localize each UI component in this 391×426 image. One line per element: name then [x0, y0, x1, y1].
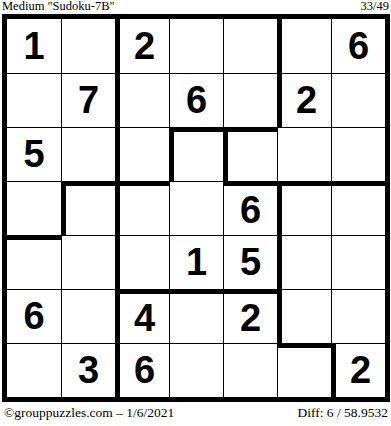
cell-r7c5-empty[interactable] — [223, 343, 277, 397]
cell-r3c2-empty[interactable] — [61, 127, 115, 181]
cell-r6c6-empty[interactable] — [277, 289, 331, 343]
cell-r5c1-empty[interactable] — [7, 235, 61, 289]
cell-r2c2-given: 7 — [61, 73, 115, 127]
cell-r7c1-empty[interactable] — [7, 343, 61, 397]
cell-r5c2-empty[interactable] — [61, 235, 115, 289]
cell-r4c3-empty[interactable] — [115, 181, 169, 235]
cell-r1c1-given: 1 — [7, 19, 61, 73]
cell-r5c3-empty[interactable] — [115, 235, 169, 289]
cell-r6c4-empty[interactable] — [169, 289, 223, 343]
cell-r2c3-empty[interactable] — [115, 73, 169, 127]
cell-r1c2-empty[interactable] — [61, 19, 115, 73]
cell-r6c5-given: 2 — [223, 289, 277, 343]
cell-r5c6-empty[interactable] — [277, 235, 331, 289]
cell-r6c3-given: 4 — [115, 289, 169, 343]
cell-r3c7-empty[interactable] — [331, 127, 385, 181]
cell-r2c5-empty[interactable] — [223, 73, 277, 127]
cell-r4c4-empty[interactable] — [169, 181, 223, 235]
sudoku-board: 1267625615642362 — [2, 14, 390, 402]
cell-r7c7-given: 2 — [331, 343, 385, 397]
cell-r3c5-empty[interactable] — [223, 127, 277, 181]
cell-r4c5-given: 6 — [223, 181, 277, 235]
cell-r1c4-empty[interactable] — [169, 19, 223, 73]
cell-r4c6-empty[interactable] — [277, 181, 331, 235]
cell-r2c6-given: 2 — [277, 73, 331, 127]
cell-r1c5-empty[interactable] — [223, 19, 277, 73]
cell-r5c5-given: 5 — [223, 235, 277, 289]
cell-r7c3-given: 6 — [115, 343, 169, 397]
cell-r2c4-given: 6 — [169, 73, 223, 127]
cell-r1c6-empty[interactable] — [277, 19, 331, 73]
sudoku-page: { "game": "sudoku-7x7-jigsaw", "header":… — [0, 0, 391, 426]
cell-r6c1-given: 6 — [7, 289, 61, 343]
page-header: Medium "Sudoku-7B" 33/49 — [2, 0, 389, 13]
puzzle-title: Medium "Sudoku-7B" — [2, 0, 115, 13]
cell-r6c2-empty[interactable] — [61, 289, 115, 343]
page-number: 33/49 — [361, 0, 389, 13]
cell-r4c1-empty[interactable] — [7, 181, 61, 235]
difficulty-text: Diff: 6 / 58.9532 — [298, 404, 389, 422]
cell-r5c7-empty[interactable] — [331, 235, 385, 289]
cell-r3c3-empty[interactable] — [115, 127, 169, 181]
cell-r4c7-empty[interactable] — [331, 181, 385, 235]
cell-r1c3-given: 2 — [115, 19, 169, 73]
cell-r7c4-empty[interactable] — [169, 343, 223, 397]
cell-r3c4-empty[interactable] — [169, 127, 223, 181]
cell-r7c2-given: 3 — [61, 343, 115, 397]
page-footer: ©grouppuzzles.com – 1/6/2021 Diff: 6 / 5… — [4, 404, 388, 424]
cell-r2c1-empty[interactable] — [7, 73, 61, 127]
cell-r3c1-given: 5 — [7, 127, 61, 181]
cell-r4c2-empty[interactable] — [61, 181, 115, 235]
cell-r1c7-given: 6 — [331, 19, 385, 73]
cell-r3c6-empty[interactable] — [277, 127, 331, 181]
cell-r6c7-empty[interactable] — [331, 289, 385, 343]
cell-r7c6-empty[interactable] — [277, 343, 331, 397]
cell-r5c4-given: 1 — [169, 235, 223, 289]
cell-r2c7-empty[interactable] — [331, 73, 385, 127]
copyright-text: ©grouppuzzles.com – 1/6/2021 — [4, 404, 174, 422]
